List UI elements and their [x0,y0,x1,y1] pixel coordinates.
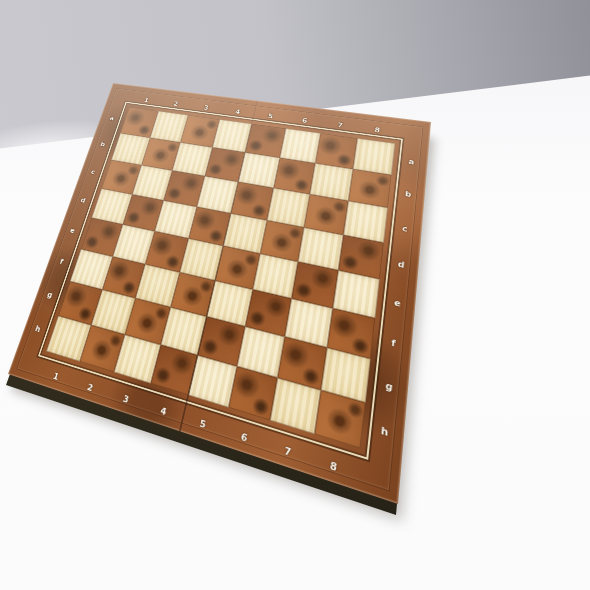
photo-scene: 12345678 12345678 abcdefgh abcdefgh [0,0,590,590]
